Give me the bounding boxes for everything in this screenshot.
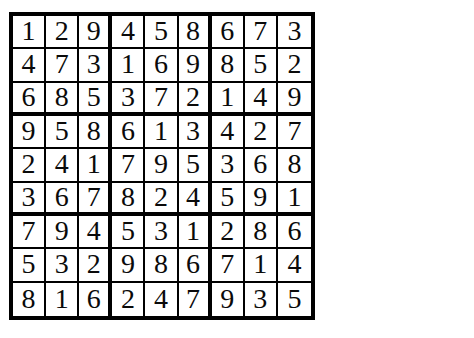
sudoku-cell-r2c5: 6 (145, 49, 178, 82)
sudoku-cell-r2c9: 2 (278, 49, 311, 82)
sudoku-cell-r1c1: 1 (13, 16, 46, 49)
sudoku-cell-r3c9: 9 (278, 83, 311, 116)
sudoku-cell-r8c3: 2 (79, 249, 112, 282)
sudoku-cell-r9c9: 5 (278, 283, 311, 316)
sudoku-cell-r6c5: 2 (145, 183, 178, 216)
sudoku-cell-r8c6: 6 (179, 249, 212, 282)
sudoku-cell-r8c8: 1 (245, 249, 278, 282)
sudoku-cell-r3c8: 4 (245, 83, 278, 116)
sudoku-cell-r3c6: 2 (179, 83, 212, 116)
sudoku-cell-r5c6: 5 (179, 149, 212, 182)
sudoku-cell-r6c3: 7 (79, 183, 112, 216)
sudoku-cell-r1c9: 3 (278, 16, 311, 49)
sudoku-cell-r1c8: 7 (245, 16, 278, 49)
sudoku-cell-r7c4: 5 (112, 216, 145, 249)
sudoku-cell-r4c3: 8 (79, 116, 112, 149)
sudoku-cell-r9c5: 4 (145, 283, 178, 316)
sudoku-cell-r1c7: 6 (212, 16, 245, 49)
sudoku-cell-r2c8: 5 (245, 49, 278, 82)
sudoku-cell-r6c8: 9 (245, 183, 278, 216)
sudoku-cell-r6c2: 6 (46, 183, 79, 216)
sudoku-cell-r4c5: 1 (145, 116, 178, 149)
sudoku-cell-r9c6: 7 (179, 283, 212, 316)
sudoku-cell-r5c3: 1 (79, 149, 112, 182)
sudoku-cell-r8c5: 8 (145, 249, 178, 282)
sudoku-cell-r5c2: 4 (46, 149, 79, 182)
sudoku-cell-r6c4: 8 (112, 183, 145, 216)
sudoku-cell-r4c6: 3 (179, 116, 212, 149)
sudoku-cell-r8c9: 4 (278, 249, 311, 282)
sudoku-cell-r9c7: 9 (212, 283, 245, 316)
sudoku-cell-r4c1: 9 (13, 116, 46, 149)
sudoku-cell-r8c2: 3 (46, 249, 79, 282)
sudoku-cell-r7c6: 1 (179, 216, 212, 249)
sudoku-cell-r9c1: 8 (13, 283, 46, 316)
sudoku-cell-r5c9: 8 (278, 149, 311, 182)
sudoku-cell-r8c1: 5 (13, 249, 46, 282)
sudoku-cell-r5c8: 6 (245, 149, 278, 182)
sudoku-cell-r1c4: 4 (112, 16, 145, 49)
sudoku-cell-r7c7: 2 (212, 216, 245, 249)
sudoku-cell-r9c4: 2 (112, 283, 145, 316)
sudoku-cell-r1c6: 8 (179, 16, 212, 49)
sudoku-cell-r9c2: 1 (46, 283, 79, 316)
sudoku-cell-r5c4: 7 (112, 149, 145, 182)
sudoku-cell-r6c1: 3 (13, 183, 46, 216)
sudoku-cell-r7c2: 9 (46, 216, 79, 249)
sudoku-cell-r5c5: 9 (145, 149, 178, 182)
sudoku-board: 1294586734731698526853721499586134272417… (9, 12, 315, 320)
sudoku-cell-r2c6: 9 (179, 49, 212, 82)
sudoku-cell-r4c7: 4 (212, 116, 245, 149)
sudoku-cell-r7c9: 6 (278, 216, 311, 249)
sudoku-cell-r3c2: 8 (46, 83, 79, 116)
sudoku-cell-r4c9: 7 (278, 116, 311, 149)
sudoku-cell-r8c4: 9 (112, 249, 145, 282)
sudoku-cell-r7c5: 3 (145, 216, 178, 249)
sudoku-cell-r3c1: 6 (13, 83, 46, 116)
sudoku-cell-r3c7: 1 (212, 83, 245, 116)
sudoku-cell-r8c7: 7 (212, 249, 245, 282)
sudoku-cell-r6c7: 5 (212, 183, 245, 216)
sudoku-cell-r7c1: 7 (13, 216, 46, 249)
sudoku-cell-r6c9: 1 (278, 183, 311, 216)
sudoku-cell-r2c7: 8 (212, 49, 245, 82)
sudoku-cell-r1c5: 5 (145, 16, 178, 49)
sudoku-cell-r4c8: 2 (245, 116, 278, 149)
sudoku-cell-r5c7: 3 (212, 149, 245, 182)
sudoku-cell-r3c3: 5 (79, 83, 112, 116)
sudoku-cell-r6c6: 4 (179, 183, 212, 216)
sudoku-cell-r4c2: 5 (46, 116, 79, 149)
sudoku-cell-r2c4: 1 (112, 49, 145, 82)
sudoku-cell-r9c8: 3 (245, 283, 278, 316)
sudoku-cell-r2c1: 4 (13, 49, 46, 82)
sudoku-cell-r7c8: 8 (245, 216, 278, 249)
sudoku-cell-r3c4: 3 (112, 83, 145, 116)
page: 1294586734731698526853721499586134272417… (0, 0, 474, 338)
sudoku-cell-r9c3: 6 (79, 283, 112, 316)
sudoku-cell-r7c3: 4 (79, 216, 112, 249)
sudoku-cell-r2c3: 3 (79, 49, 112, 82)
sudoku-cell-r4c4: 6 (112, 116, 145, 149)
sudoku-cell-r1c2: 2 (46, 16, 79, 49)
sudoku-cell-r3c5: 7 (145, 83, 178, 116)
sudoku-cell-r5c1: 2 (13, 149, 46, 182)
sudoku-cell-r1c3: 9 (79, 16, 112, 49)
sudoku-cell-r2c2: 7 (46, 49, 79, 82)
